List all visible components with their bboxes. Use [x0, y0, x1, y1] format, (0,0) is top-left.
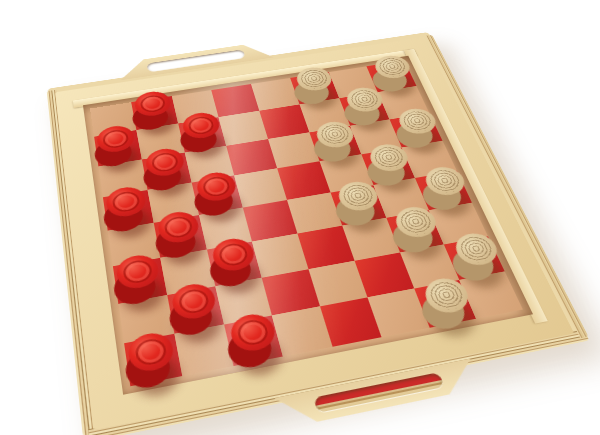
red-checker-c6[interactable] — [210, 236, 258, 274]
square-b5[interactable] — [153, 215, 206, 258]
square-b3[interactable] — [142, 152, 192, 190]
square-a6[interactable] — [113, 258, 167, 304]
wooden-tray — [47, 32, 586, 435]
square-f8[interactable] — [367, 289, 429, 337]
square-d4[interactable] — [235, 169, 287, 208]
red-checker-a8[interactable] — [127, 330, 177, 375]
square-a8[interactable] — [124, 334, 182, 386]
red-checker-b5[interactable] — [156, 210, 201, 246]
red-checker-c4[interactable] — [194, 170, 238, 204]
square-d7[interactable] — [262, 269, 320, 316]
